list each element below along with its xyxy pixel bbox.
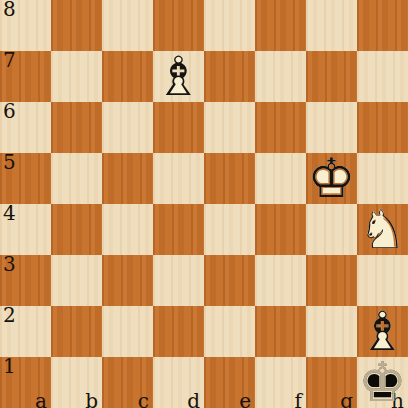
square-e2[interactable] [204, 306, 255, 357]
square-e4[interactable] [204, 204, 255, 255]
square-c3[interactable] [102, 255, 153, 306]
square-f1[interactable]: f [255, 357, 306, 408]
square-e3[interactable] [204, 255, 255, 306]
square-c1[interactable]: c [102, 357, 153, 408]
square-b2[interactable] [51, 306, 102, 357]
square-f2[interactable] [255, 306, 306, 357]
file-label-c: c [138, 391, 149, 408]
square-d7[interactable]: ♝♗ [153, 51, 204, 102]
square-b5[interactable] [51, 153, 102, 204]
square-d2[interactable] [153, 306, 204, 357]
square-c2[interactable] [102, 306, 153, 357]
square-f7[interactable] [255, 51, 306, 102]
square-f3[interactable] [255, 255, 306, 306]
square-f5[interactable] [255, 153, 306, 204]
square-c8[interactable] [102, 0, 153, 51]
square-f8[interactable] [255, 0, 306, 51]
black-king[interactable]: ♚♔ [357, 357, 408, 408]
file-label-a: a [35, 391, 47, 408]
file-label-e: e [239, 391, 251, 408]
square-b6[interactable] [51, 102, 102, 153]
white-knight[interactable]: ♞♘ [357, 204, 408, 255]
square-d3[interactable] [153, 255, 204, 306]
square-c5[interactable] [102, 153, 153, 204]
rank-label-4: 4 [3, 202, 16, 224]
square-f6[interactable] [255, 102, 306, 153]
square-h7[interactable] [357, 51, 408, 102]
square-e7[interactable] [204, 51, 255, 102]
white-king-outline-glyph: ♔ [306, 153, 357, 204]
square-g5[interactable]: ♚♔ [306, 153, 357, 204]
square-e1[interactable]: e [204, 357, 255, 408]
file-label-f: f [295, 391, 302, 408]
square-h3[interactable] [357, 255, 408, 306]
square-d1[interactable]: d [153, 357, 204, 408]
rank-label-3: 3 [3, 253, 16, 275]
chess-board: 87♝♗65♚♔4♞♘32♝♗1abcdefgh♚♔ [0, 0, 408, 408]
square-b8[interactable] [51, 0, 102, 51]
square-b1[interactable]: b [51, 357, 102, 408]
rank-label-2: 2 [3, 304, 16, 326]
square-g2[interactable] [306, 306, 357, 357]
square-g1[interactable]: g [306, 357, 357, 408]
white-knight-outline-glyph: ♘ [357, 204, 408, 255]
square-a3[interactable]: 3 [0, 255, 51, 306]
square-d4[interactable] [153, 204, 204, 255]
square-b7[interactable] [51, 51, 102, 102]
white-bishop-outline-glyph: ♗ [153, 51, 204, 102]
white-bishop[interactable]: ♝♗ [153, 51, 204, 102]
rank-label-7: 7 [3, 49, 16, 71]
white-bishop-outline-glyph: ♗ [357, 306, 408, 357]
square-g6[interactable] [306, 102, 357, 153]
file-label-d: d [187, 391, 200, 408]
square-a6[interactable]: 6 [0, 102, 51, 153]
square-c4[interactable] [102, 204, 153, 255]
square-a8[interactable]: 8 [0, 0, 51, 51]
square-a7[interactable]: 7 [0, 51, 51, 102]
square-f4[interactable] [255, 204, 306, 255]
square-h4[interactable]: ♞♘ [357, 204, 408, 255]
square-h2[interactable]: ♝♗ [357, 306, 408, 357]
square-e6[interactable] [204, 102, 255, 153]
rank-label-5: 5 [3, 151, 16, 173]
square-d6[interactable] [153, 102, 204, 153]
square-d5[interactable] [153, 153, 204, 204]
square-h1[interactable]: h♚♔ [357, 357, 408, 408]
square-g3[interactable] [306, 255, 357, 306]
black-king-outline-glyph: ♔ [357, 357, 408, 408]
square-b4[interactable] [51, 204, 102, 255]
file-label-g: g [340, 391, 353, 408]
square-h5[interactable] [357, 153, 408, 204]
square-e5[interactable] [204, 153, 255, 204]
square-e8[interactable] [204, 0, 255, 51]
square-h8[interactable] [357, 0, 408, 51]
square-a5[interactable]: 5 [0, 153, 51, 204]
white-king[interactable]: ♚♔ [306, 153, 357, 204]
square-a2[interactable]: 2 [0, 306, 51, 357]
square-c7[interactable] [102, 51, 153, 102]
rank-label-8: 8 [3, 0, 16, 20]
square-c6[interactable] [102, 102, 153, 153]
square-b3[interactable] [51, 255, 102, 306]
square-h6[interactable] [357, 102, 408, 153]
file-label-b: b [85, 391, 98, 408]
square-g4[interactable] [306, 204, 357, 255]
square-g8[interactable] [306, 0, 357, 51]
square-g7[interactable] [306, 51, 357, 102]
rank-label-6: 6 [3, 100, 16, 122]
square-d8[interactable] [153, 0, 204, 51]
rank-label-1: 1 [3, 355, 16, 377]
square-a1[interactable]: 1a [0, 357, 51, 408]
square-a4[interactable]: 4 [0, 204, 51, 255]
white-bishop[interactable]: ♝♗ [357, 306, 408, 357]
